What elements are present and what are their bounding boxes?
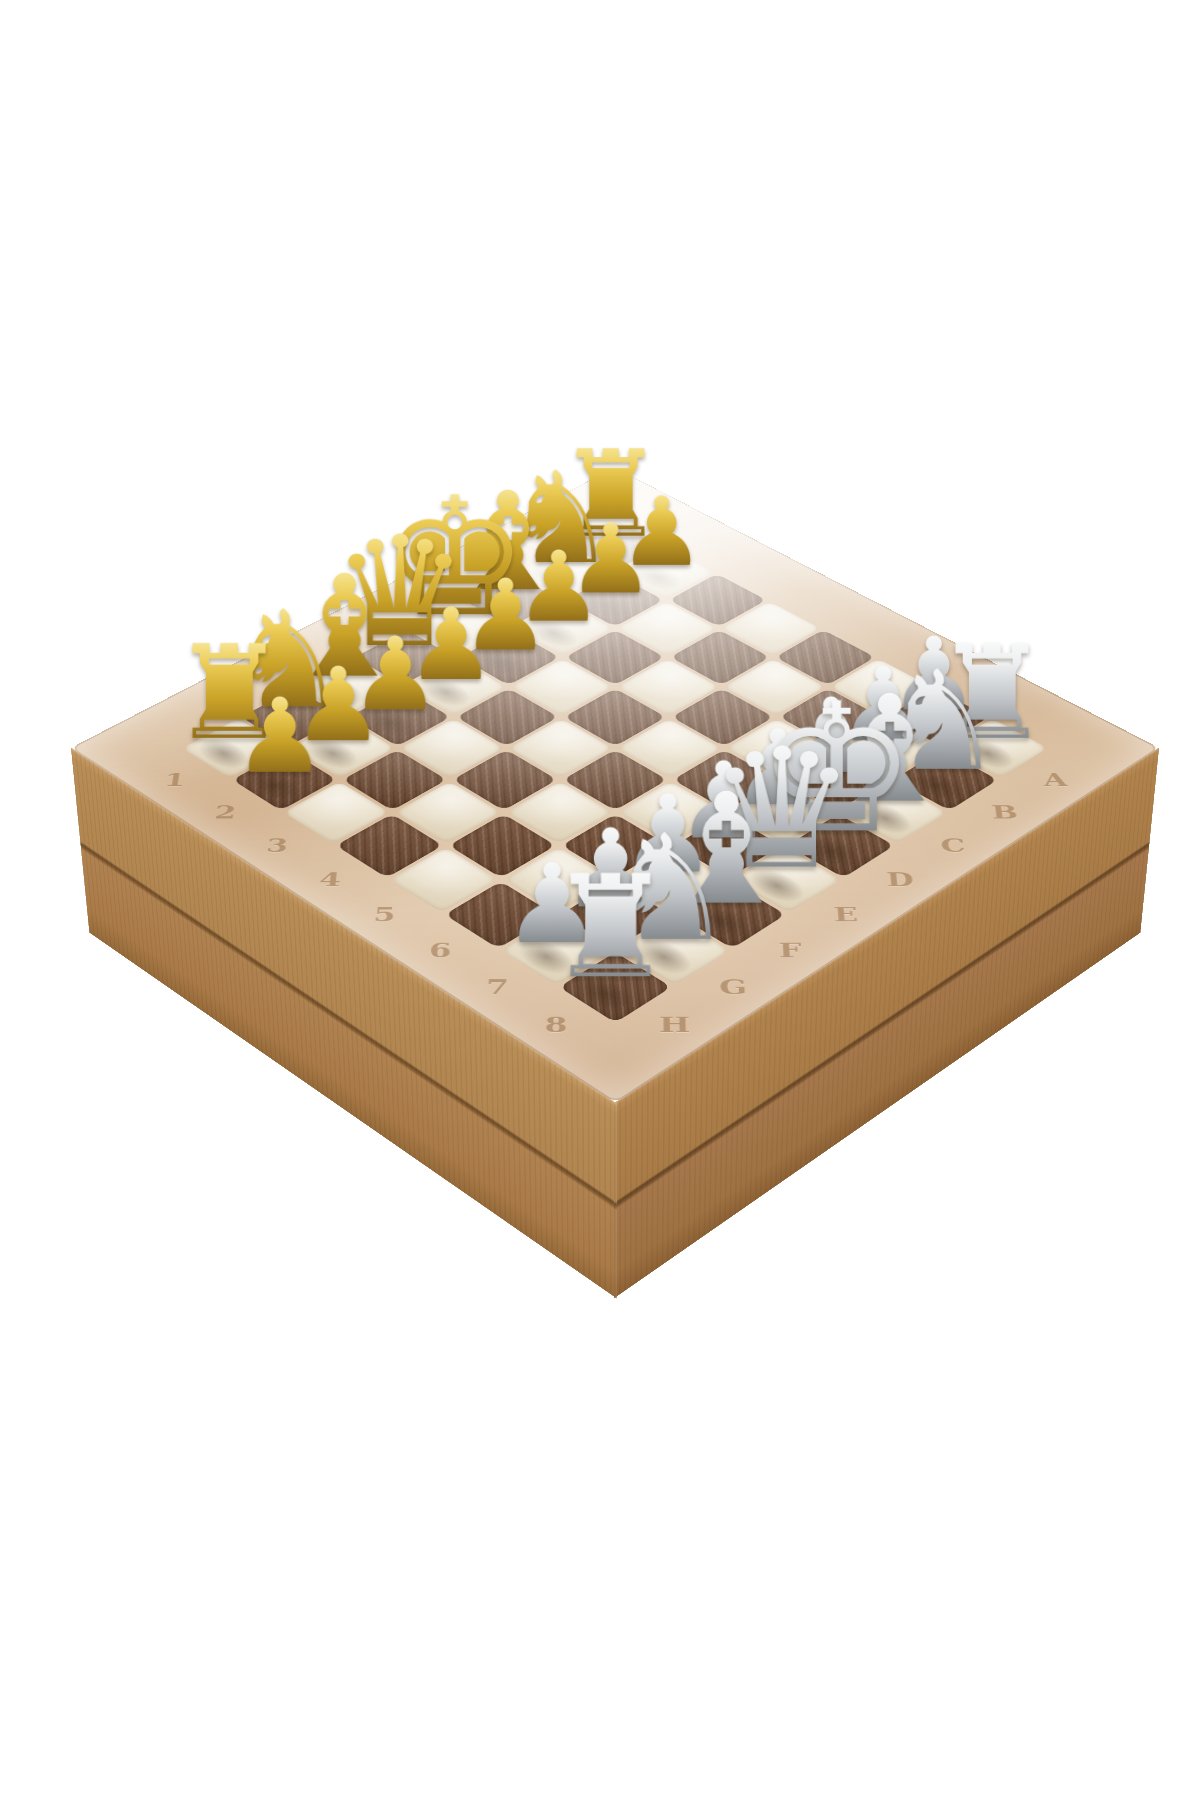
rank-label-3: 3 [265,834,289,856]
file-label-f: F [778,938,802,961]
square-h8: ♜ [559,952,671,1023]
rank-label-1: 1 [162,769,186,790]
square-g3 [342,750,446,811]
rank-label-5: 5 [372,903,396,926]
file-label-c: C [940,834,967,856]
piece-gold-pawn-h2: ♟ [234,685,327,788]
file-label-a: A [1042,769,1069,790]
file-label-b: B [991,801,1020,822]
file-label-g: G [719,975,748,999]
rank-label-7: 7 [485,975,509,999]
file-label-e: E [833,903,859,926]
product-photo-scene: ♜♟♟♜♞♟♟♞♝♟♟♝♚♟♟♚♛♟♟♛♝♟♟♝♞♟♟♞♜♟♟♜ 1234567… [0,0,1200,1800]
rank-label-4: 4 [318,868,342,890]
rank-label-6: 6 [428,938,452,961]
file-label-h: H [659,1012,691,1037]
chess-box: ♜♟♟♜♞♟♟♞♝♟♟♝♚♟♟♚♛♟♟♛♝♟♟♝♞♟♟♞♜♟♟♜ 1234567… [71,467,1160,1103]
rank-label-8: 8 [544,1012,568,1037]
rank-label-2: 2 [213,801,237,822]
piece-silver-rook-h8: ♜ [547,856,674,998]
file-label-d: D [886,868,916,890]
